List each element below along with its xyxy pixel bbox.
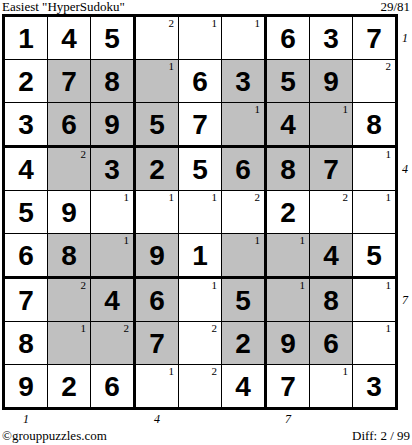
cell-r2c7[interactable]: 5 (267, 60, 309, 102)
cell-r4c3[interactable]: 3 (91, 148, 133, 190)
given-digit: 8 (61, 241, 77, 270)
given-digit: 6 (280, 24, 296, 53)
candidate-count: 1 (300, 280, 306, 291)
given-digit: 6 (104, 372, 120, 401)
candidate-count: 1 (300, 235, 306, 246)
cell-r8c5[interactable]: 2 (179, 322, 221, 364)
given-digit: 7 (280, 372, 296, 401)
copyright: ©grouppuzzles.com (2, 428, 107, 443)
remaining-counter: 29/81 (380, 0, 410, 14)
given-digit: 2 (280, 198, 296, 227)
given-digit: 5 (280, 67, 296, 96)
given-digit: 9 (323, 67, 339, 96)
cell-r3c9[interactable]: 8 (353, 103, 395, 145)
cell-r1c6[interactable]: 1 (222, 17, 264, 59)
given-digit: 7 (323, 155, 339, 184)
candidate-count: 1 (343, 104, 349, 115)
candidate-count: 1 (124, 235, 130, 246)
cell-r7c7[interactable]: 1 (267, 279, 309, 321)
row-label-7: 7 (402, 293, 412, 307)
puzzle-title: Easiest "HyperSudoku" (2, 0, 125, 14)
cell-r3c6[interactable]: 1 (222, 103, 264, 145)
cell-r8c9[interactable]: 1 (353, 322, 395, 364)
cell-r4c9[interactable]: 1 (353, 148, 395, 190)
given-digit: 2 (61, 372, 77, 401)
given-digit: 6 (61, 110, 77, 139)
cell-r5c3[interactable]: 1 (91, 191, 133, 233)
cell-r8c2[interactable]: 1 (48, 322, 90, 364)
cell-r3c1[interactable]: 3 (5, 103, 47, 145)
cell-r5c1[interactable]: 5 (5, 191, 47, 233)
given-digit: 1 (18, 24, 34, 53)
difficulty-label: Diff: 2 / 99 (352, 428, 410, 443)
given-digit: 9 (280, 329, 296, 358)
cell-r1c9[interactable]: 7 (353, 17, 395, 59)
col-label-4: 4 (136, 412, 178, 426)
given-digit: 6 (235, 155, 251, 184)
cell-r9c1[interactable]: 9 (5, 365, 47, 407)
cell-r9c9[interactable]: 3 (353, 365, 395, 407)
cell-r7c6[interactable]: 5 (222, 279, 264, 321)
given-digit: 3 (18, 110, 34, 139)
candidate-count: 2 (81, 149, 87, 160)
cell-r8c1[interactable]: 8 (5, 322, 47, 364)
cell-r5c2[interactable]: 9 (48, 191, 90, 233)
given-digit: 5 (149, 110, 165, 139)
cell-r8c6[interactable]: 2 (222, 322, 264, 364)
cell-r8c8[interactable]: 6 (310, 322, 352, 364)
cell-r8c4[interactable]: 7 (136, 322, 178, 364)
cell-r7c5[interactable]: 1 (179, 279, 221, 321)
candidate-count: 2 (212, 323, 218, 334)
row-label-4: 4 (402, 162, 412, 176)
cell-r6c9[interactable]: 5 (353, 234, 395, 276)
cell-r5c6[interactable]: 2 (222, 191, 264, 233)
cell-r5c9[interactable]: 1 (353, 191, 395, 233)
cell-r5c8[interactable]: 2 (310, 191, 352, 233)
cell-r5c4[interactable]: 1 (136, 191, 178, 233)
col-label-7: 7 (267, 412, 309, 426)
given-digit: 3 (235, 67, 251, 96)
candidate-count: 1 (343, 366, 349, 377)
cell-r6c4[interactable]: 9 (136, 234, 178, 276)
cell-r2c9[interactable]: 2 (353, 60, 395, 102)
given-digit: 7 (149, 329, 165, 358)
cell-r6c1[interactable]: 6 (5, 234, 47, 276)
candidate-count: 2 (386, 61, 392, 72)
cell-r6c2[interactable]: 8 (48, 234, 90, 276)
col-label-1: 1 (5, 412, 47, 426)
given-digit: 7 (366, 24, 382, 53)
cell-r6c5[interactable]: 1 (179, 234, 221, 276)
given-digit: 8 (280, 155, 296, 184)
cell-r6c6[interactable]: 1 (222, 234, 264, 276)
row-label-1: 1 (402, 31, 412, 45)
given-digit: 4 (61, 24, 77, 53)
cell-r7c2[interactable]: 2 (48, 279, 90, 321)
given-digit: 8 (366, 110, 382, 139)
puzzle-page: Easiest "HyperSudoku" 29/81 145211637278… (0, 0, 412, 445)
cell-r8c7[interactable]: 9 (267, 322, 309, 364)
given-digit: 7 (61, 67, 77, 96)
given-digit: 4 (235, 372, 251, 401)
candidate-count: 1 (81, 323, 87, 334)
given-digit: 4 (104, 286, 120, 315)
cell-r1c8[interactable]: 3 (310, 17, 352, 59)
cell-r4c7[interactable]: 8 (267, 148, 309, 190)
candidate-count: 1 (169, 61, 175, 72)
given-digit: 5 (104, 24, 120, 53)
cell-r3c7[interactable]: 4 (267, 103, 309, 145)
given-digit: 5 (235, 286, 251, 315)
given-digit: 8 (104, 67, 120, 96)
given-digit: 3 (104, 155, 120, 184)
cell-r4c6[interactable]: 6 (222, 148, 264, 190)
cell-r3c5[interactable]: 7 (179, 103, 221, 145)
given-digit: 4 (18, 155, 34, 184)
cell-r1c1[interactable]: 1 (5, 17, 47, 59)
cell-r6c8[interactable]: 4 (310, 234, 352, 276)
cell-r3c4[interactable]: 5 (136, 103, 178, 145)
given-digit: 7 (192, 110, 208, 139)
candidate-count: 1 (169, 192, 175, 203)
given-digit: 5 (192, 155, 208, 184)
cell-r8c3[interactable]: 2 (91, 322, 133, 364)
given-digit: 3 (366, 372, 382, 401)
candidate-count: 2 (169, 18, 175, 29)
candidate-count: 2 (343, 192, 349, 203)
given-digit: 4 (280, 110, 296, 139)
cell-r7c8[interactable]: 8 (310, 279, 352, 321)
given-digit: 6 (192, 67, 208, 96)
cell-r1c7[interactable]: 6 (267, 17, 309, 59)
cell-r7c3[interactable]: 4 (91, 279, 133, 321)
cell-r2c6[interactable]: 3 (222, 60, 264, 102)
candidate-count: 1 (169, 366, 175, 377)
cell-r9c5[interactable]: 2 (179, 365, 221, 407)
cell-r1c3[interactable]: 5 (91, 17, 133, 59)
cell-r5c5[interactable]: 1 (179, 191, 221, 233)
candidate-count: 1 (386, 280, 392, 291)
given-digit: 6 (323, 329, 339, 358)
cell-r9c2[interactable]: 2 (48, 365, 90, 407)
cell-r2c8[interactable]: 9 (310, 60, 352, 102)
cell-r4c1[interactable]: 4 (5, 148, 47, 190)
cell-r9c3[interactable]: 6 (91, 365, 133, 407)
cell-r9c8[interactable]: 1 (310, 365, 352, 407)
candidate-count: 1 (386, 149, 392, 160)
cell-r3c2[interactable]: 6 (48, 103, 90, 145)
cell-r6c3[interactable]: 1 (91, 234, 133, 276)
given-digit: 2 (235, 329, 251, 358)
cell-r7c9[interactable]: 1 (353, 279, 395, 321)
cell-r9c4[interactable]: 1 (136, 365, 178, 407)
cell-r2c3[interactable]: 8 (91, 60, 133, 102)
candidate-count: 1 (212, 280, 218, 291)
candidate-count: 1 (386, 192, 392, 203)
cell-r7c4[interactable]: 6 (136, 279, 178, 321)
given-digit: 6 (18, 241, 34, 270)
cell-r5c7[interactable]: 2 (267, 191, 309, 233)
cell-r2c1[interactable]: 2 (5, 60, 47, 102)
given-digit: 2 (149, 155, 165, 184)
given-digit: 9 (61, 198, 77, 227)
candidate-count: 2 (81, 280, 87, 291)
cell-r2c2[interactable]: 7 (48, 60, 90, 102)
candidate-count: 1 (255, 235, 261, 246)
cell-r6c7[interactable]: 1 (267, 234, 309, 276)
cell-r9c7[interactable]: 7 (267, 365, 309, 407)
given-digit: 1 (192, 241, 208, 270)
cell-r1c5[interactable]: 1 (179, 17, 221, 59)
cell-r4c2[interactable]: 2 (48, 148, 90, 190)
cell-r7c1[interactable]: 7 (5, 279, 47, 321)
given-digit: 5 (366, 241, 382, 270)
candidate-count: 1 (124, 192, 130, 203)
given-digit: 9 (149, 241, 165, 270)
given-digit: 2 (18, 67, 34, 96)
cell-r4c8[interactable]: 7 (310, 148, 352, 190)
cell-r3c8[interactable]: 1 (310, 103, 352, 145)
sudoku-board: 1452116372781635923695714184232568715911… (2, 14, 398, 410)
cell-r4c4[interactable]: 2 (136, 148, 178, 190)
cell-r2c5[interactable]: 6 (179, 60, 221, 102)
candidate-count: 1 (212, 192, 218, 203)
given-digit: 4 (323, 241, 339, 270)
given-digit: 5 (18, 198, 34, 227)
candidate-count: 1 (386, 323, 392, 334)
given-digit: 9 (104, 110, 120, 139)
cell-r1c2[interactable]: 4 (48, 17, 90, 59)
candidate-count: 1 (255, 104, 261, 115)
given-digit: 6 (149, 286, 165, 315)
given-digit: 8 (323, 286, 339, 315)
cell-r3c3[interactable]: 9 (91, 103, 133, 145)
cell-r4c5[interactable]: 5 (179, 148, 221, 190)
candidate-count: 2 (212, 366, 218, 377)
given-digit: 3 (323, 24, 339, 53)
given-digit: 7 (18, 286, 34, 315)
given-digit: 8 (18, 329, 34, 358)
cell-r9c6[interactable]: 4 (222, 365, 264, 407)
candidate-count: 1 (212, 18, 218, 29)
cell-r2c4[interactable]: 1 (136, 60, 178, 102)
cell-r1c4[interactable]: 2 (136, 17, 178, 59)
candidate-count: 1 (255, 18, 261, 29)
candidate-count: 2 (124, 323, 130, 334)
given-digit: 9 (18, 372, 34, 401)
candidate-count: 2 (255, 192, 261, 203)
